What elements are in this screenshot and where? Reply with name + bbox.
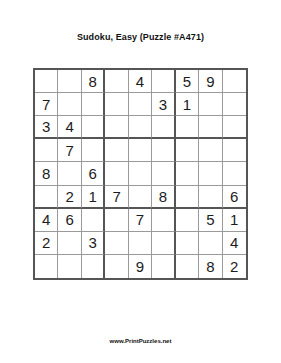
cell-r8c5 [129,232,152,255]
cell-r3c7 [176,116,199,139]
cell-r9c9: 2 [223,255,246,278]
cell-r2c6: 3 [152,93,175,116]
cell-r6c2: 2 [58,186,81,209]
cell-r9c7 [176,255,199,278]
cell-r5c8 [199,162,222,185]
cell-r9c2 [58,255,81,278]
sudoku-board: 8459731347862178646751234982 [33,68,248,280]
cell-r4c7 [176,139,199,162]
cell-r8c3: 3 [82,232,105,255]
cell-r8c4 [105,232,128,255]
cell-r4c3 [82,139,105,162]
cell-r1c4 [105,70,128,93]
cell-r1c2 [58,70,81,93]
cell-r1c7: 5 [176,70,199,93]
cell-r7c7 [176,209,199,232]
cell-r6c6: 8 [152,186,175,209]
cell-r3c5 [129,116,152,139]
footer-url: www.PrintPuzzles.net [0,338,281,344]
cell-r2c2 [58,93,81,116]
cell-r5c2 [58,162,81,185]
cell-r1c8: 9 [199,70,222,93]
cell-r6c8 [199,186,222,209]
cell-r5c1: 8 [35,162,58,185]
cell-r6c7 [176,186,199,209]
cell-r2c4 [105,93,128,116]
cell-r9c4 [105,255,128,278]
cell-r8c2 [58,232,81,255]
cell-r7c1: 4 [35,209,58,232]
cell-r9c8: 8 [199,255,222,278]
cell-r7c9: 1 [223,209,246,232]
cell-r2c9 [223,93,246,116]
cell-r3c2: 4 [58,116,81,139]
cell-r2c7: 1 [176,93,199,116]
cell-r1c9 [223,70,246,93]
cell-r4c9 [223,139,246,162]
cell-r8c8 [199,232,222,255]
cell-r7c4 [105,209,128,232]
cell-r8c9: 4 [223,232,246,255]
cell-r5c9 [223,162,246,185]
cell-r4c4 [105,139,128,162]
cell-r3c3 [82,116,105,139]
cell-r4c1 [35,139,58,162]
cell-r7c2: 6 [58,209,81,232]
cell-r3c4 [105,116,128,139]
cell-r3c6 [152,116,175,139]
cell-r5c6 [152,162,175,185]
cell-r2c3 [82,93,105,116]
cell-r4c8 [199,139,222,162]
cell-r4c5 [129,139,152,162]
cell-r8c6 [152,232,175,255]
cell-r7c8: 5 [199,209,222,232]
cell-r3c9 [223,116,246,139]
cell-r8c1: 2 [35,232,58,255]
cell-r1c3: 8 [82,70,105,93]
cell-r1c6 [152,70,175,93]
cell-r2c1: 7 [35,93,58,116]
cell-r7c3 [82,209,105,232]
cell-r6c1 [35,186,58,209]
cell-r9c6 [152,255,175,278]
cell-r9c1 [35,255,58,278]
cell-r9c3 [82,255,105,278]
cell-r9c5: 9 [129,255,152,278]
cell-r2c8 [199,93,222,116]
cell-r6c9: 6 [223,186,246,209]
cell-r5c4 [105,162,128,185]
cell-r6c4: 7 [105,186,128,209]
cell-r6c5 [129,186,152,209]
cell-r4c6 [152,139,175,162]
cell-r7c6 [152,209,175,232]
cell-r3c8 [199,116,222,139]
cell-r6c3: 1 [82,186,105,209]
cell-r3c1: 3 [35,116,58,139]
cell-r8c7 [176,232,199,255]
cell-r1c5: 4 [129,70,152,93]
cell-r5c5 [129,162,152,185]
cell-r4c2: 7 [58,139,81,162]
puzzle-title: Sudoku, Easy (Puzzle #A471) [0,32,281,42]
cell-r5c7 [176,162,199,185]
sudoku-page: Sudoku, Easy (Puzzle #A471) 845973134786… [0,0,281,363]
cell-r5c3: 6 [82,162,105,185]
cell-r7c5: 7 [129,209,152,232]
cell-r2c5 [129,93,152,116]
cell-r1c1 [35,70,58,93]
